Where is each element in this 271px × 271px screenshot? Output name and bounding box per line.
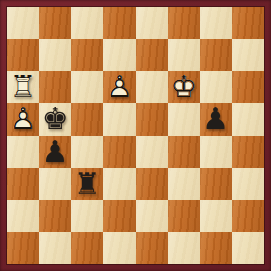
square-e3[interactable] bbox=[136, 168, 168, 200]
square-g8[interactable] bbox=[200, 7, 232, 39]
square-c6[interactable] bbox=[71, 71, 103, 103]
square-f7[interactable] bbox=[168, 39, 200, 71]
square-d5[interactable] bbox=[103, 103, 135, 135]
square-h5[interactable] bbox=[232, 103, 264, 135]
square-d3[interactable] bbox=[103, 168, 135, 200]
square-e2[interactable] bbox=[136, 200, 168, 232]
square-c4[interactable] bbox=[71, 136, 103, 168]
chess-board[interactable]: ♜♖♟♙♚♔♟♙♚♟♟♜ bbox=[7, 7, 264, 264]
piece-white-pawn: ♟♙ bbox=[7, 103, 39, 135]
square-c5[interactable] bbox=[71, 103, 103, 135]
white-rook-outline: ♖ bbox=[7, 71, 39, 103]
piece-white-pawn: ♟♙ bbox=[103, 71, 135, 103]
square-h6[interactable] bbox=[232, 71, 264, 103]
square-b2[interactable] bbox=[39, 200, 71, 232]
black-rook-glyph: ♜ bbox=[71, 168, 103, 200]
square-c1[interactable] bbox=[71, 232, 103, 264]
square-e7[interactable] bbox=[136, 39, 168, 71]
square-h8[interactable] bbox=[232, 7, 264, 39]
square-g3[interactable] bbox=[200, 168, 232, 200]
square-f4[interactable] bbox=[168, 136, 200, 168]
square-b4[interactable]: ♟ bbox=[39, 136, 71, 168]
square-a8[interactable] bbox=[7, 7, 39, 39]
square-h3[interactable] bbox=[232, 168, 264, 200]
square-g2[interactable] bbox=[200, 200, 232, 232]
square-f3[interactable] bbox=[168, 168, 200, 200]
board-border: ♜♖♟♙♚♔♟♙♚♟♟♜ bbox=[0, 0, 271, 271]
square-a4[interactable] bbox=[7, 136, 39, 168]
square-d1[interactable] bbox=[103, 232, 135, 264]
piece-white-king: ♚♔ bbox=[168, 71, 200, 103]
square-b8[interactable] bbox=[39, 7, 71, 39]
white-king-glyph: ♚ bbox=[168, 71, 200, 103]
square-a1[interactable] bbox=[7, 232, 39, 264]
square-d6[interactable]: ♟♙ bbox=[103, 71, 135, 103]
square-c2[interactable] bbox=[71, 200, 103, 232]
piece-black-pawn: ♟ bbox=[39, 136, 71, 168]
square-d4[interactable] bbox=[103, 136, 135, 168]
black-pawn-glyph: ♟ bbox=[39, 136, 71, 168]
square-f6[interactable]: ♚♔ bbox=[168, 71, 200, 103]
square-h7[interactable] bbox=[232, 39, 264, 71]
white-pawn-outline: ♙ bbox=[7, 103, 39, 135]
white-rook-glyph: ♜ bbox=[7, 71, 39, 103]
white-king-outline: ♔ bbox=[168, 71, 200, 103]
square-e8[interactable] bbox=[136, 7, 168, 39]
square-a7[interactable] bbox=[7, 39, 39, 71]
square-f2[interactable] bbox=[168, 200, 200, 232]
square-c8[interactable] bbox=[71, 7, 103, 39]
square-b7[interactable] bbox=[39, 39, 71, 71]
black-king-glyph: ♚ bbox=[39, 103, 71, 135]
piece-white-rook: ♜♖ bbox=[7, 71, 39, 103]
square-e1[interactable] bbox=[136, 232, 168, 264]
square-a5[interactable]: ♟♙ bbox=[7, 103, 39, 135]
square-h2[interactable] bbox=[232, 200, 264, 232]
square-e4[interactable] bbox=[136, 136, 168, 168]
square-g6[interactable] bbox=[200, 71, 232, 103]
square-h1[interactable] bbox=[232, 232, 264, 264]
square-b6[interactable] bbox=[39, 71, 71, 103]
square-c3[interactable]: ♜ bbox=[71, 168, 103, 200]
square-d8[interactable] bbox=[103, 7, 135, 39]
square-g5[interactable]: ♟ bbox=[200, 103, 232, 135]
square-d7[interactable] bbox=[103, 39, 135, 71]
square-a6[interactable]: ♜♖ bbox=[7, 71, 39, 103]
black-pawn-glyph: ♟ bbox=[200, 103, 232, 135]
square-a2[interactable] bbox=[7, 200, 39, 232]
square-e6[interactable] bbox=[136, 71, 168, 103]
square-b5[interactable]: ♚ bbox=[39, 103, 71, 135]
square-g7[interactable] bbox=[200, 39, 232, 71]
square-d2[interactable] bbox=[103, 200, 135, 232]
piece-black-king: ♚ bbox=[39, 103, 71, 135]
square-g4[interactable] bbox=[200, 136, 232, 168]
square-e5[interactable] bbox=[136, 103, 168, 135]
white-pawn-glyph: ♟ bbox=[103, 71, 135, 103]
white-pawn-glyph: ♟ bbox=[7, 103, 39, 135]
square-f1[interactable] bbox=[168, 232, 200, 264]
square-a3[interactable] bbox=[7, 168, 39, 200]
piece-black-rook: ♜ bbox=[71, 168, 103, 200]
piece-black-pawn: ♟ bbox=[200, 103, 232, 135]
white-pawn-outline: ♙ bbox=[103, 71, 135, 103]
square-c7[interactable] bbox=[71, 39, 103, 71]
square-f8[interactable] bbox=[168, 7, 200, 39]
square-b3[interactable] bbox=[39, 168, 71, 200]
square-f5[interactable] bbox=[168, 103, 200, 135]
chess-app-window: ♜♖♟♙♚♔♟♙♚♟♟♜ bbox=[0, 0, 271, 271]
square-g1[interactable] bbox=[200, 232, 232, 264]
square-b1[interactable] bbox=[39, 232, 71, 264]
square-h4[interactable] bbox=[232, 136, 264, 168]
